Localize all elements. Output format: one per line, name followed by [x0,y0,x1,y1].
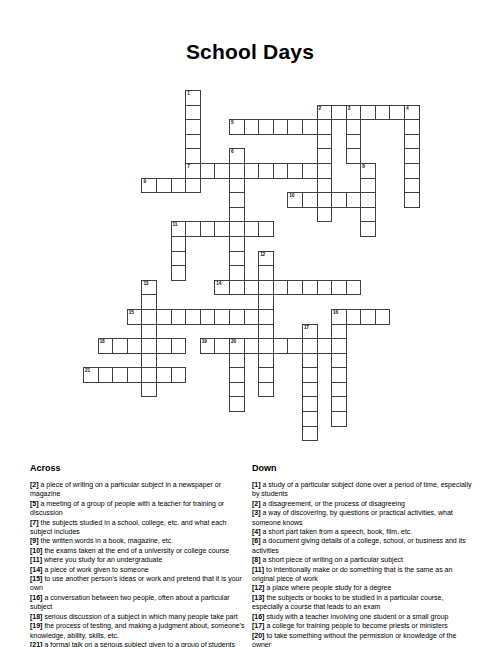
clue-number-label: [20] [252,632,264,639]
grid-cell[interactable] [244,119,260,135]
grid-cell[interactable] [331,353,347,369]
grid-cell[interactable] [346,309,362,325]
grid-cell[interactable]: 19 [200,338,216,354]
grid-cell[interactable] [375,309,391,325]
grid-cell[interactable] [375,105,391,121]
grid-cell[interactable] [273,163,289,179]
across-clue-10: [10] the exams taken at the end of a uni… [30,546,250,555]
down-clue-4: [4] a short part taken from a speech, bo… [252,527,474,536]
clue-number-label: [5] [30,500,39,507]
clue-number: 11 [173,222,178,228]
grid-cell[interactable] [200,221,216,237]
grid-cell[interactable]: 21 [83,367,99,383]
grid-cell[interactable]: 20 [229,338,245,354]
grid-cell[interactable] [331,367,347,383]
across-clue-11: [11] where you study for an undergraduat… [30,555,250,564]
down-clues-list: [1] a study of a particular subject done… [252,480,474,647]
grid-cell[interactable] [214,221,230,237]
across-clue-21: [21] a formal talk on a serious subject … [30,640,250,647]
grid-cell[interactable] [273,280,289,296]
grid-cell[interactable]: 9 [141,178,157,194]
down-clues-section: Down [1] a study of a particular subject… [252,464,474,647]
grid-cell[interactable]: 4 [404,105,420,121]
grid-cell[interactable] [185,309,201,325]
down-clue-13: [13] the subjects or books to be studied… [252,593,474,612]
grid-cell[interactable] [302,192,318,208]
grid-cell[interactable] [229,251,245,267]
grid-cell[interactable] [229,236,245,252]
grid-cell[interactable] [258,309,274,325]
grid-cell[interactable] [302,411,318,427]
grid-cell[interactable] [229,309,245,325]
grid-cell[interactable] [258,338,274,354]
grid-cell[interactable] [171,309,187,325]
grid-cell[interactable] [331,280,347,296]
grid-cell[interactable] [404,178,420,194]
grid-cell[interactable] [244,309,260,325]
down-clue-12: [12] a place where people study for a de… [252,583,474,592]
grid-cell[interactable] [141,382,157,398]
down-clue-17: [17] a college for training people to be… [252,621,474,630]
grid-cell[interactable] [214,163,230,179]
grid-cell[interactable] [214,309,230,325]
across-heading: Across [30,464,250,473]
grid-cell[interactable] [185,119,201,135]
grid-cell[interactable] [258,265,274,281]
across-clues-section: Across [2] a piece of writing on a parti… [30,464,250,647]
clue-number-label: [13] [252,594,264,601]
clue-number-label: [3] [252,509,261,516]
puzzle-title: School Days [0,41,500,63]
grid-cell[interactable] [404,134,420,150]
grid-cell[interactable]: 11 [171,221,187,237]
clue-number-label: [1] [252,481,261,488]
grid-cell[interactable] [346,119,362,135]
grid-cell[interactable] [156,367,172,383]
grid-cell[interactable] [229,353,245,369]
clue-number: 18 [100,339,105,345]
grid-cell[interactable] [156,178,172,194]
grid-cell[interactable]: 14 [214,280,230,296]
grid-cell[interactable]: 13 [141,280,157,296]
grid-cell[interactable]: 18 [98,338,114,354]
grid-cell[interactable] [141,338,157,354]
clue-number: 8 [362,164,364,170]
grid-cell[interactable] [141,309,157,325]
grid-cell[interactable] [346,192,362,208]
down-clue-8: [8] a short piece of writing on a partic… [252,555,474,564]
clue-number-label: [19] [30,622,42,629]
grid-cell[interactable] [258,119,274,135]
grid-cell[interactable] [229,367,245,383]
clue-number-label: [11] [30,556,42,563]
clue-number: 19 [202,339,207,345]
grid-cell[interactable] [185,105,201,121]
grid-cell[interactable] [258,163,274,179]
clue-number: 1 [187,91,189,97]
clue-number-label: [7] [30,519,39,526]
grid-cell[interactable] [346,134,362,150]
grid-cell[interactable] [360,221,376,237]
grid-cell[interactable] [171,236,187,252]
grid-cell[interactable] [317,207,333,223]
across-clue-2: [2] a piece of writing on a particular s… [30,480,250,499]
grid-cell[interactable]: 17 [302,324,318,340]
grid-cell[interactable] [317,134,333,150]
clue-number: 14 [216,281,221,287]
clue-number-label: [2] [252,500,261,507]
grid-cell[interactable] [141,353,157,369]
clue-number: 20 [231,339,236,345]
grid-cell[interactable] [258,382,274,398]
grid-cell[interactable] [141,324,157,340]
grid-cell[interactable] [185,134,201,150]
grid-cell[interactable] [404,119,420,135]
clue-number-label: [2] [30,481,39,488]
down-clue-2: [2] a disagreement, or the process of di… [252,499,474,508]
grid-cell[interactable] [171,338,187,354]
grid-cell[interactable] [258,280,274,296]
grid-cell[interactable]: 1 [185,90,201,106]
down-clue-20: [20] to take something without the permi… [252,631,474,647]
across-clues-list: [2] a piece of writing on a particular s… [30,480,250,647]
grid-cell[interactable] [229,207,245,223]
clue-number-label: [17] [252,622,264,629]
grid-cell[interactable] [302,396,318,412]
grid-cell[interactable] [258,294,274,310]
grid-cell[interactable] [112,367,128,383]
grid-cell[interactable]: 6 [229,148,245,164]
grid-cell[interactable] [317,163,333,179]
grid-cell[interactable] [156,338,172,354]
grid-cell[interactable] [229,221,245,237]
grid-cell[interactable]: 2 [317,105,333,121]
grid-cell[interactable] [317,280,333,296]
grid-cell[interactable] [404,163,420,179]
grid-cell[interactable] [302,353,318,369]
grid-cell[interactable] [331,382,347,398]
grid-cell[interactable] [258,367,274,383]
across-clue-18: [18] serious discussion of a subject in … [30,612,250,621]
crossword-grid: 234579101114151618192021168121317 [83,90,419,440]
grid-cell[interactable] [200,309,216,325]
clue-number-label: [21] [30,641,42,647]
grid-cell[interactable] [360,178,376,194]
across-clue-5: [5] a meeting of a group of people with … [30,499,250,518]
grid-cell[interactable] [317,192,333,208]
clue-number: 9 [143,179,145,185]
grid-cell[interactable]: 16 [331,309,347,325]
across-clue-19: [19] the process of testing, and making … [30,621,250,640]
grid-cell[interactable] [287,119,303,135]
clue-number: 17 [304,325,309,331]
across-clue-7: [7] the subjects studied in a school, co… [30,518,250,537]
grid-cell[interactable] [331,192,347,208]
grid-cell[interactable] [171,265,187,281]
grid-cell[interactable] [360,309,376,325]
grid-cell[interactable]: 12 [258,251,274,267]
down-clue-11: [11] to intentionally make or do somethi… [252,565,474,584]
grid-cell[interactable] [185,178,201,194]
grid-cell[interactable] [302,163,318,179]
down-clue-16: [16] study with a teacher involving one … [252,612,474,621]
grid-cell[interactable] [258,221,274,237]
clue-number: 4 [406,106,408,112]
grid-cell[interactable] [302,338,318,354]
grid-cell[interactable] [171,251,187,267]
grid-cell[interactable]: 7 [185,163,201,179]
grid-cell[interactable] [258,353,274,369]
grid-cell[interactable] [317,178,333,194]
grid-cell[interactable] [229,192,245,208]
grid-cell[interactable] [287,280,303,296]
grid-cell[interactable] [302,382,318,398]
down-heading: Down [252,464,474,473]
clue-number: 3 [348,106,350,112]
grid-cell[interactable]: 15 [127,309,143,325]
grid-cell[interactable] [346,280,362,296]
grid-cell[interactable] [229,280,245,296]
across-clue-16: [16] a conversation between two people, … [30,593,250,612]
clue-number-label: [12] [252,584,264,591]
crossword-page: School Days 2345791011141516181920211681… [0,0,500,647]
grid-cell[interactable] [273,119,289,135]
down-clue-6: [6] a document giving details of a colle… [252,536,474,555]
across-clue-15: [15] to use another person's ideas or wo… [30,574,250,593]
grid-cell[interactable] [389,105,405,121]
clue-number: 15 [129,310,134,316]
clue-number: 21 [85,368,90,374]
grid-cell[interactable] [302,367,318,383]
across-clue-9: [9] the written words in a book, magazin… [30,536,250,545]
clue-number-label: [14] [30,566,42,573]
grid-cell[interactable] [360,105,376,121]
clue-number-label: [11] [252,566,264,573]
clue-number: 6 [231,149,233,155]
grid-cell[interactable] [229,265,245,281]
clue-number-label: [18] [30,613,42,620]
clue-number: 5 [231,120,233,126]
grid-cell[interactable] [287,163,303,179]
grid-cell[interactable] [331,105,347,121]
grid-cell[interactable] [185,148,201,164]
grid-cell[interactable] [127,338,143,354]
clue-number: 16 [333,310,338,316]
grid-cell[interactable] [302,280,318,296]
down-clue-3: [3] a way of discovering, by questions o… [252,508,474,527]
grid-cell[interactable] [360,192,376,208]
grid-cell[interactable] [244,280,260,296]
clue-number-label: [6] [252,537,261,544]
clue-number: 12 [260,252,265,258]
grid-cell[interactable] [141,294,157,310]
grid-cell[interactable] [244,163,260,179]
grid-cell[interactable] [127,367,143,383]
grid-cell[interactable] [229,178,245,194]
clue-number-label: [9] [30,537,39,544]
grid-cell[interactable] [404,192,420,208]
clue-number: 2 [319,106,321,112]
grid-cell[interactable] [331,396,347,412]
grid-cell[interactable] [331,411,347,427]
grid-cell[interactable] [302,426,318,442]
clue-number-label: [10] [30,547,42,554]
grid-cell[interactable] [273,338,289,354]
grid-cell[interactable] [229,163,245,179]
clue-number-label: [15] [30,575,42,582]
grid-cell[interactable] [171,367,187,383]
grid-cell[interactable]: 10 [287,192,303,208]
grid-cell[interactable] [404,148,420,164]
grid-cell[interactable]: 8 [360,163,376,179]
grid-cell[interactable] [244,221,260,237]
clue-number: 10 [289,193,294,199]
grid-cell[interactable] [156,309,172,325]
grid-cell[interactable] [244,338,260,354]
down-clue-1: [1] a study of a particular subject done… [252,480,474,499]
grid-cell[interactable] [331,324,347,340]
grid-cell[interactable] [141,367,157,383]
grid-cell[interactable] [229,382,245,398]
grid-cell[interactable] [360,207,376,223]
clue-number-label: [8] [252,556,261,563]
grid-cell[interactable] [346,148,362,164]
grid-cell[interactable] [258,324,274,340]
grid-cell[interactable]: 5 [229,119,245,135]
clue-number-label: [4] [252,528,261,535]
grid-cell[interactable] [185,221,201,237]
grid-cell[interactable]: 3 [346,105,362,121]
grid-cell[interactable] [302,119,318,135]
grid-cell[interactable] [317,148,333,164]
grid-cell[interactable] [229,396,245,412]
across-clue-14: [14] a piece of work given to someone [30,565,250,574]
clue-number: 7 [187,164,189,170]
grid-cell[interactable] [200,163,216,179]
grid-cell[interactable] [98,367,114,383]
grid-cell[interactable] [112,338,128,354]
grid-cell[interactable] [214,338,230,354]
grid-cell[interactable] [331,338,347,354]
clue-number: 13 [143,281,148,287]
grid-cell[interactable] [171,178,187,194]
clue-number-label: [16] [30,594,42,601]
grid-cell[interactable] [317,338,333,354]
clue-number-label: [16] [252,613,264,620]
grid-cell[interactable] [317,119,333,135]
grid-cell[interactable] [287,338,303,354]
